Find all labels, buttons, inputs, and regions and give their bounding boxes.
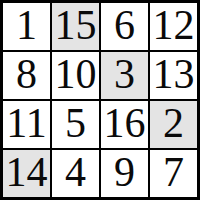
cell-r1c2: 15 — [51, 2, 100, 51]
cell-r4c1: 14 — [2, 149, 51, 198]
cell-r1c1: 1 — [2, 2, 51, 51]
cell-r3c4: 2 — [149, 100, 198, 149]
cell-r1c3: 6 — [100, 2, 149, 51]
cell-r3c1: 11 — [2, 100, 51, 149]
cell-r4c4: 7 — [149, 149, 198, 198]
cell-r2c2: 10 — [51, 51, 100, 100]
magic-square-board: 11561281031311516214497 — [0, 0, 200, 200]
cell-r2c3: 3 — [100, 51, 149, 100]
cell-r3c3: 16 — [100, 100, 149, 149]
cell-r2c1: 8 — [2, 51, 51, 100]
cell-r2c4: 13 — [149, 51, 198, 100]
cell-r4c3: 9 — [100, 149, 149, 198]
cell-r4c2: 4 — [51, 149, 100, 198]
cell-r1c4: 12 — [149, 2, 198, 51]
cell-r3c2: 5 — [51, 100, 100, 149]
